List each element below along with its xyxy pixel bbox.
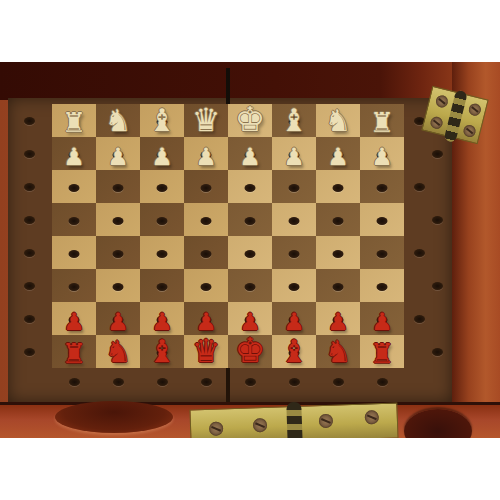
spare-peg-hole [113,378,124,386]
finger-recess-left [55,401,173,433]
peg-hole [333,184,344,192]
square-c4[interactable] [140,236,184,269]
square-a3[interactable] [52,269,96,302]
ivory-knight-b8[interactable]: ♞ [105,106,132,136]
peg-hole [333,283,344,291]
square-b2[interactable]: ♟ [96,302,140,335]
square-e8[interactable]: ♚ [228,104,272,137]
square-c1[interactable]: ♝ [140,335,184,368]
ivory-king-e8[interactable]: ♚ [235,102,265,136]
square-a8[interactable]: ♜ [52,104,96,137]
square-b4[interactable] [96,236,140,269]
ivory-bishop-c8[interactable]: ♝ [148,105,176,136]
peg-hole [289,217,300,225]
red-pawn-b2[interactable]: ♟ [107,310,129,334]
peg-hole [245,283,256,291]
square-f6[interactable] [272,170,316,203]
square-h4[interactable] [360,236,404,269]
box-lid-edge [0,62,500,100]
square-g8[interactable]: ♞ [316,104,360,137]
square-h2[interactable]: ♟ [360,302,404,335]
spare-peg-hole [414,249,425,257]
hinge-knuckle-icon [286,402,303,438]
brass-hinge-bottom [189,402,398,438]
square-f7[interactable]: ♟ [272,137,316,170]
peg-hole [113,217,124,225]
ivory-pawn-h7[interactable]: ♟ [371,145,393,169]
peg-hole [201,283,212,291]
peg-hole [333,217,344,225]
peg-hole [69,250,80,258]
spare-peg-hole [245,378,256,386]
red-knight-g1[interactable]: ♞ [325,337,352,367]
peg-hole [201,250,212,258]
peg-hole [113,283,124,291]
screw-icon [209,421,223,435]
screw-icon [468,102,483,117]
square-d3[interactable] [184,269,228,302]
spare-peg-hole [24,348,35,356]
ivory-knight-g8[interactable]: ♞ [325,106,352,136]
red-king-e1[interactable]: ♚ [235,333,265,367]
square-a5[interactable] [52,203,96,236]
square-c5[interactable] [140,203,184,236]
peg-hole [69,217,80,225]
square-h6[interactable] [360,170,404,203]
square-h8[interactable]: ♜ [360,104,404,137]
screw-icon [462,124,477,139]
square-g2[interactable]: ♟ [316,302,360,335]
square-c6[interactable] [140,170,184,203]
red-pawn-h2[interactable]: ♟ [371,310,393,334]
peg-hole [69,283,80,291]
square-d7[interactable]: ♟ [184,137,228,170]
spare-peg-hole [333,378,344,386]
chess-box-scene: ♜♞♝♛♚♝♞♜♟♟♟♟♟♟♟♟♟♟♟♟♟♟♟♟♜♞♝♛♚♝♞♜ [0,62,500,438]
peg-hole [201,184,212,192]
peg-hole [333,250,344,258]
square-e7[interactable]: ♟ [228,137,272,170]
spare-peg-hole [24,117,35,125]
spare-peg-hole [414,183,425,191]
screw-icon [435,94,450,109]
peg-hole [377,184,388,192]
peg-hole [377,217,388,225]
peg-hole [157,184,168,192]
spare-peg-hole [414,315,425,323]
top-white-margin [0,0,500,62]
spare-peg-hole [24,282,35,290]
board-grid: ♜♞♝♛♚♝♞♜♟♟♟♟♟♟♟♟♟♟♟♟♟♟♟♟♜♞♝♛♚♝♞♜ [52,104,404,368]
red-queen-d1[interactable]: ♛ [192,335,221,367]
peg-hole [245,217,256,225]
travel-chess-board: ♜♞♝♛♚♝♞♜♟♟♟♟♟♟♟♟♟♟♟♟♟♟♟♟♜♞♝♛♚♝♞♜ [8,98,452,402]
square-b6[interactable] [96,170,140,203]
square-g6[interactable] [316,170,360,203]
square-g7[interactable]: ♟ [316,137,360,170]
red-knight-b1[interactable]: ♞ [105,337,132,367]
ivory-pawn-e7[interactable]: ♟ [239,145,261,169]
square-a7[interactable]: ♟ [52,137,96,170]
bottom-white-margin [0,438,500,500]
red-rook-a1[interactable]: ♜ [62,340,86,367]
square-h3[interactable] [360,269,404,302]
square-d2[interactable]: ♟ [184,302,228,335]
square-b5[interactable] [96,203,140,236]
spare-peg-hole [24,183,35,191]
screw-icon [319,414,333,428]
red-pawn-c2[interactable]: ♟ [151,310,173,334]
ivory-rook-h8[interactable]: ♜ [370,109,394,136]
peg-hole [157,217,168,225]
red-pawn-a2[interactable]: ♟ [63,310,85,334]
red-rook-h1[interactable]: ♜ [370,340,394,367]
peg-hole [377,283,388,291]
spare-peg-hole [201,378,212,386]
square-g4[interactable] [316,236,360,269]
square-h1[interactable]: ♜ [360,335,404,368]
finger-recess-right [404,409,472,438]
peg-hole [245,250,256,258]
square-b1[interactable]: ♞ [96,335,140,368]
spare-peg-hole [157,378,168,386]
ivory-rook-a8[interactable]: ♜ [62,109,86,136]
red-bishop-c1[interactable]: ♝ [148,336,176,367]
ivory-pawn-c7[interactable]: ♟ [151,145,173,169]
photo-canvas: ♜♞♝♛♚♝♞♜♟♟♟♟♟♟♟♟♟♟♟♟♟♟♟♟♜♞♝♛♚♝♞♜ [0,0,500,500]
square-d5[interactable] [184,203,228,236]
square-f1[interactable]: ♝ [272,335,316,368]
red-pawn-d2[interactable]: ♟ [195,310,217,334]
ivory-bishop-f8[interactable]: ♝ [280,105,308,136]
spare-peg-hole [24,315,35,323]
square-g3[interactable] [316,269,360,302]
square-b3[interactable] [96,269,140,302]
square-g5[interactable] [316,203,360,236]
spare-peg-hole [289,378,300,386]
square-c3[interactable] [140,269,184,302]
square-f5[interactable] [272,203,316,236]
red-pawn-g2[interactable]: ♟ [327,310,349,334]
screw-icon [365,410,379,424]
peg-hole [289,250,300,258]
spare-peg-hole [432,348,443,356]
peg-hole [113,250,124,258]
square-b7[interactable]: ♟ [96,137,140,170]
spare-peg-hole [24,150,35,158]
square-b8[interactable]: ♞ [96,104,140,137]
square-c8[interactable]: ♝ [140,104,184,137]
square-a4[interactable] [52,236,96,269]
ivory-pawn-f7[interactable]: ♟ [283,145,305,169]
spare-peg-hole [377,378,388,386]
peg-hole [69,184,80,192]
spare-peg-hole [69,378,80,386]
square-d4[interactable] [184,236,228,269]
square-e3[interactable] [228,269,272,302]
ivory-queen-d8[interactable]: ♛ [192,104,221,136]
square-a6[interactable] [52,170,96,203]
spare-peg-hole [24,249,35,257]
peg-hole [245,184,256,192]
square-c2[interactable]: ♟ [140,302,184,335]
square-a2[interactable]: ♟ [52,302,96,335]
square-e5[interactable] [228,203,272,236]
square-e1[interactable]: ♚ [228,335,272,368]
square-h7[interactable]: ♟ [360,137,404,170]
spare-peg-hole [432,282,443,290]
square-a1[interactable]: ♜ [52,335,96,368]
square-h5[interactable] [360,203,404,236]
spare-peg-hole [432,216,443,224]
square-f8[interactable]: ♝ [272,104,316,137]
square-d6[interactable] [184,170,228,203]
square-f2[interactable]: ♟ [272,302,316,335]
peg-hole [157,250,168,258]
box-bottom-frame [0,402,500,438]
square-c7[interactable]: ♟ [140,137,184,170]
ivory-pawn-d7[interactable]: ♟ [195,145,217,169]
square-d8[interactable]: ♛ [184,104,228,137]
ivory-pawn-g7[interactable]: ♟ [327,145,349,169]
square-e4[interactable] [228,236,272,269]
peg-hole [157,283,168,291]
screw-icon [429,115,444,130]
square-d1[interactable]: ♛ [184,335,228,368]
peg-hole [113,184,124,192]
square-g1[interactable]: ♞ [316,335,360,368]
ivory-pawn-b7[interactable]: ♟ [107,145,129,169]
square-f4[interactable] [272,236,316,269]
red-bishop-f1[interactable]: ♝ [280,336,308,367]
spare-peg-hole [24,216,35,224]
screw-icon [253,418,267,432]
ivory-pawn-a7[interactable]: ♟ [63,145,85,169]
peg-hole [289,283,300,291]
peg-hole [201,217,212,225]
square-e6[interactable] [228,170,272,203]
red-pawn-f2[interactable]: ♟ [283,310,305,334]
spare-peg-hole [432,150,443,158]
peg-hole [377,250,388,258]
square-f3[interactable] [272,269,316,302]
peg-hole [289,184,300,192]
